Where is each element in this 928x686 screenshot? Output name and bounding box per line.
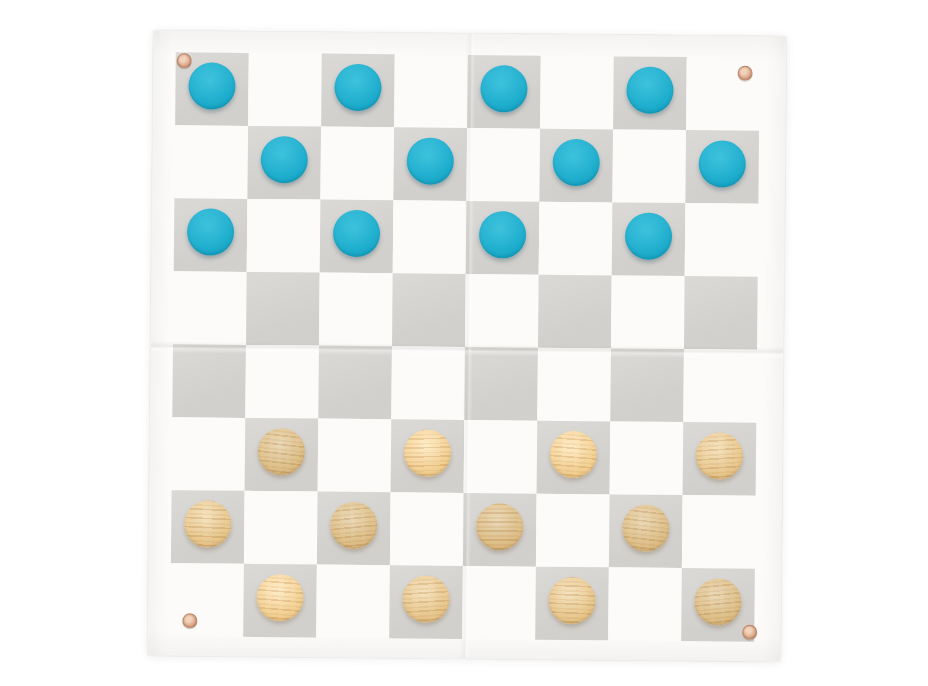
board-square[interactable] <box>316 565 390 639</box>
board-square[interactable] <box>465 274 539 348</box>
board-square[interactable] <box>321 54 395 128</box>
board-square[interactable] <box>539 202 613 276</box>
board-square[interactable] <box>390 492 464 566</box>
board-square[interactable] <box>172 417 246 491</box>
teal-piece[interactable] <box>261 136 308 183</box>
board-square[interactable] <box>467 55 541 129</box>
board-square[interactable] <box>613 56 687 130</box>
board-square[interactable] <box>685 130 759 204</box>
board-square[interactable] <box>683 422 757 496</box>
teal-piece[interactable] <box>334 64 381 111</box>
board-square[interactable] <box>245 418 319 492</box>
wood-piece[interactable] <box>258 428 305 475</box>
board-square[interactable] <box>462 566 536 640</box>
grommet-top-right-icon <box>738 66 753 81</box>
board-square[interactable] <box>248 53 322 127</box>
board-square[interactable] <box>318 419 392 493</box>
teal-piece[interactable] <box>187 208 234 255</box>
wood-piece[interactable] <box>550 431 597 478</box>
wood-piece[interactable] <box>476 503 523 550</box>
board-square[interactable] <box>389 565 463 639</box>
board-square[interactable] <box>612 202 686 276</box>
board-square[interactable] <box>684 276 758 350</box>
board-square[interactable] <box>538 275 612 349</box>
board-square[interactable] <box>539 129 613 203</box>
teal-piece[interactable] <box>625 213 672 260</box>
teal-piece[interactable] <box>480 65 527 112</box>
board-square[interactable] <box>685 203 759 277</box>
wood-piece[interactable] <box>402 575 449 622</box>
board-square[interactable] <box>244 491 318 565</box>
board-square[interactable] <box>243 564 317 638</box>
grommet-top-left-icon <box>177 53 192 68</box>
board-square[interactable] <box>537 421 611 495</box>
board-square[interactable] <box>171 490 245 564</box>
board-square[interactable] <box>464 420 538 494</box>
board-square[interactable] <box>612 129 686 203</box>
board-square[interactable] <box>464 347 538 421</box>
board-square[interactable] <box>463 493 537 567</box>
game-mat <box>147 30 787 662</box>
board-square[interactable] <box>320 127 394 201</box>
board-square[interactable] <box>173 271 247 345</box>
board-square[interactable] <box>466 201 540 275</box>
board-square[interactable] <box>610 348 684 422</box>
wood-piece[interactable] <box>696 432 743 479</box>
teal-piece[interactable] <box>553 139 600 186</box>
teal-piece[interactable] <box>626 67 673 114</box>
board-square[interactable] <box>608 567 682 641</box>
board-grid <box>170 52 760 642</box>
wood-piece[interactable] <box>622 504 669 551</box>
wood-piece[interactable] <box>548 577 595 624</box>
board-square[interactable] <box>611 275 685 349</box>
board-square[interactable] <box>610 421 684 495</box>
teal-piece[interactable] <box>699 140 746 187</box>
teal-piece[interactable] <box>188 62 235 109</box>
board-square[interactable] <box>609 494 683 568</box>
board-square[interactable] <box>682 495 756 569</box>
board-square[interactable] <box>537 348 611 422</box>
board-square[interactable] <box>174 125 248 199</box>
board-square[interactable] <box>683 349 757 423</box>
teal-piece[interactable] <box>407 137 454 184</box>
wood-piece[interactable] <box>256 574 303 621</box>
board-square[interactable] <box>392 273 466 347</box>
board-square[interactable] <box>245 345 319 419</box>
board-square[interactable] <box>320 200 394 274</box>
wood-piece[interactable] <box>330 502 377 549</box>
board-square[interactable] <box>247 199 321 273</box>
board-square[interactable] <box>170 563 244 637</box>
teal-piece[interactable] <box>479 211 526 258</box>
board-square[interactable] <box>394 54 468 128</box>
board-square[interactable] <box>540 56 614 130</box>
board-square[interactable] <box>172 344 246 418</box>
board-square[interactable] <box>536 494 610 568</box>
grommet-bottom-left-icon <box>182 613 197 628</box>
grommet-bottom-right-icon <box>742 625 757 640</box>
board-square[interactable] <box>174 198 248 272</box>
board-square[interactable] <box>317 492 391 566</box>
board-square[interactable] <box>391 346 465 420</box>
board-square[interactable] <box>246 272 320 346</box>
board-square[interactable] <box>393 200 467 274</box>
board-square[interactable] <box>393 127 467 201</box>
wood-piece[interactable] <box>694 578 741 625</box>
wood-piece[interactable] <box>404 429 451 476</box>
board-square[interactable] <box>466 128 540 202</box>
wood-piece[interactable] <box>184 500 231 547</box>
board-square[interactable] <box>247 126 321 200</box>
teal-piece[interactable] <box>333 210 380 257</box>
board-square[interactable] <box>535 567 609 641</box>
board-square[interactable] <box>318 346 392 420</box>
board-square[interactable] <box>391 419 465 493</box>
board-square[interactable] <box>319 273 393 347</box>
